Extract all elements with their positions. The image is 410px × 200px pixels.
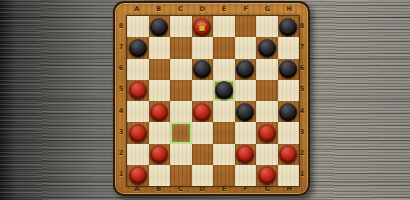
rank-label-2: 2 (116, 143, 126, 164)
square-a4[interactable] (127, 101, 149, 122)
crown-icon: ♛ (193, 18, 211, 36)
square-h8[interactable] (278, 16, 300, 37)
square-g1[interactable] (256, 165, 278, 186)
rank-label-7: 7 (116, 36, 126, 57)
square-f5[interactable] (235, 80, 257, 101)
file-label-g: G (257, 3, 279, 14)
square-a6[interactable] (127, 59, 149, 80)
square-d5[interactable] (192, 80, 214, 101)
file-label-f: F (235, 3, 257, 14)
square-f6[interactable] (235, 59, 257, 80)
square-h5[interactable] (278, 80, 300, 101)
black-piece-e5[interactable] (215, 81, 233, 99)
red-piece-b2[interactable] (150, 145, 168, 163)
file-label-e: E (213, 3, 235, 14)
red-piece-d4[interactable] (193, 103, 211, 121)
checkers-board: ABCDEFGH ABCDEFGH 87654321 87654321 ♛ (113, 1, 310, 196)
square-f2[interactable] (235, 144, 257, 165)
square-d7[interactable] (192, 37, 214, 58)
square-g3[interactable] (256, 122, 278, 143)
file-label-c: C (170, 3, 192, 14)
square-e7[interactable] (213, 37, 235, 58)
red-piece-f2[interactable] (236, 145, 254, 163)
square-f7[interactable] (235, 37, 257, 58)
square-e2[interactable] (213, 144, 235, 165)
red-piece-a5[interactable] (129, 81, 147, 99)
square-g7[interactable] (256, 37, 278, 58)
rank-label-8: 8 (116, 15, 126, 36)
square-g8[interactable] (256, 16, 278, 37)
file-label-h: H (278, 3, 300, 14)
square-e5[interactable] (213, 80, 235, 101)
file-label-b: B (148, 3, 170, 14)
square-g4[interactable] (256, 101, 278, 122)
file-labels-top: ABCDEFGH (126, 3, 300, 14)
rank-label-3: 3 (116, 121, 126, 142)
square-h7[interactable] (278, 37, 300, 58)
square-h2[interactable] (278, 144, 300, 165)
board-grid: ♛ (126, 15, 300, 187)
square-d1[interactable] (192, 165, 214, 186)
square-b2[interactable] (149, 144, 171, 165)
square-h6[interactable] (278, 59, 300, 80)
black-piece-a7[interactable] (129, 39, 147, 57)
square-c5[interactable] (170, 80, 192, 101)
rank-label-5: 5 (116, 79, 126, 100)
black-piece-h8[interactable] (279, 18, 297, 36)
square-a3[interactable] (127, 122, 149, 143)
square-a8[interactable] (127, 16, 149, 37)
square-b6[interactable] (149, 59, 171, 80)
app-background: ABCDEFGH ABCDEFGH 87654321 87654321 ♛ (0, 0, 410, 200)
square-c8[interactable] (170, 16, 192, 37)
square-c2[interactable] (170, 144, 192, 165)
black-piece-h6[interactable] (279, 60, 297, 78)
square-h3[interactable] (278, 122, 300, 143)
red-piece-g1[interactable] (258, 166, 276, 184)
square-h4[interactable] (278, 101, 300, 122)
square-g5[interactable] (256, 80, 278, 101)
square-g2[interactable] (256, 144, 278, 165)
square-b8[interactable] (149, 16, 171, 37)
red-king-d8[interactable]: ♛ (193, 18, 211, 36)
square-e4[interactable] (213, 101, 235, 122)
square-e6[interactable] (213, 59, 235, 80)
rank-label-1: 1 (116, 164, 126, 185)
square-d4[interactable] (192, 101, 214, 122)
square-b5[interactable] (149, 80, 171, 101)
red-piece-a3[interactable] (129, 124, 147, 142)
rank-labels-left: 87654321 (116, 15, 126, 185)
black-piece-h4[interactable] (279, 103, 297, 121)
square-f8[interactable] (235, 16, 257, 37)
square-c4[interactable] (170, 101, 192, 122)
square-c6[interactable] (170, 59, 192, 80)
square-e1[interactable] (213, 165, 235, 186)
rank-label-4: 4 (116, 100, 126, 121)
square-d3[interactable] (192, 122, 214, 143)
square-a2[interactable] (127, 144, 149, 165)
red-piece-h2[interactable] (279, 145, 297, 163)
black-piece-b8[interactable] (150, 18, 168, 36)
square-g6[interactable] (256, 59, 278, 80)
square-d6[interactable] (192, 59, 214, 80)
square-c7[interactable] (170, 37, 192, 58)
square-d8[interactable]: ♛ (192, 16, 214, 37)
square-f4[interactable] (235, 101, 257, 122)
square-c3[interactable] (170, 122, 192, 143)
square-b7[interactable] (149, 37, 171, 58)
square-b3[interactable] (149, 122, 171, 143)
red-piece-g3[interactable] (258, 124, 276, 142)
red-piece-b4[interactable] (150, 103, 168, 121)
file-label-a: A (126, 3, 148, 14)
black-piece-g7[interactable] (258, 39, 276, 57)
square-e3[interactable] (213, 122, 235, 143)
black-piece-f6[interactable] (236, 60, 254, 78)
black-piece-d6[interactable] (193, 60, 211, 78)
square-e8[interactable] (213, 16, 235, 37)
square-a7[interactable] (127, 37, 149, 58)
square-f1[interactable] (235, 165, 257, 186)
square-h1[interactable] (278, 165, 300, 186)
square-c1[interactable] (170, 165, 192, 186)
red-piece-a1[interactable] (129, 166, 147, 184)
square-a1[interactable] (127, 165, 149, 186)
square-b1[interactable] (149, 165, 171, 186)
square-f3[interactable] (235, 122, 257, 143)
black-piece-f4[interactable] (236, 103, 254, 121)
square-a5[interactable] (127, 80, 149, 101)
square-d2[interactable] (192, 144, 214, 165)
square-b4[interactable] (149, 101, 171, 122)
file-label-d: D (191, 3, 213, 14)
rank-label-6: 6 (116, 58, 126, 79)
